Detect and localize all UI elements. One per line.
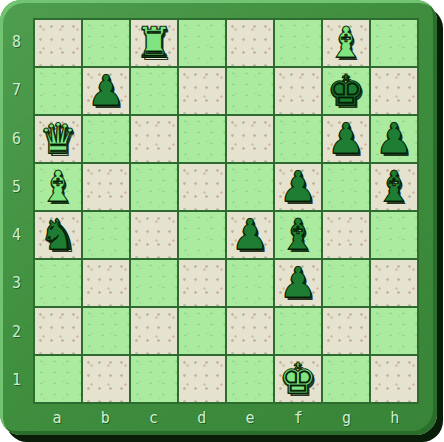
square-g6[interactable]: ♟ — [323, 116, 369, 162]
square-b8[interactable] — [83, 20, 129, 66]
square-e2[interactable] — [227, 308, 273, 354]
square-c6[interactable] — [131, 116, 177, 162]
square-d2[interactable] — [179, 308, 225, 354]
piece-white-rook[interactable]: ♜ — [135, 20, 173, 66]
square-d7[interactable] — [179, 68, 225, 114]
square-f5[interactable]: ♟ — [275, 164, 321, 210]
square-b5[interactable] — [83, 164, 129, 210]
square-d8[interactable] — [179, 20, 225, 66]
square-f4[interactable]: ♝ — [275, 212, 321, 258]
square-h2[interactable] — [371, 308, 417, 354]
square-b7[interactable]: ♟ — [83, 68, 129, 114]
rank-labels: 87654321 — [0, 18, 33, 404]
square-a1[interactable] — [35, 356, 81, 402]
file-labels: abcdefgh — [33, 404, 419, 432]
square-b3[interactable] — [83, 260, 129, 306]
piece-white-bishop[interactable]: ♝ — [39, 164, 77, 210]
square-f1[interactable]: ♚ — [275, 356, 321, 402]
square-a8[interactable] — [35, 20, 81, 66]
chess-board: ♜♝♟♚♛♟♟♝♟♝♞♟♝♟♚ — [33, 18, 419, 404]
rank-label-6: 6 — [0, 115, 33, 163]
square-d5[interactable] — [179, 164, 225, 210]
square-c2[interactable] — [131, 308, 177, 354]
square-a2[interactable] — [35, 308, 81, 354]
piece-white-king[interactable]: ♚ — [279, 356, 317, 402]
square-e7[interactable] — [227, 68, 273, 114]
square-e6[interactable] — [227, 116, 273, 162]
file-label-b: b — [81, 404, 129, 432]
square-b1[interactable] — [83, 356, 129, 402]
square-g1[interactable] — [323, 356, 369, 402]
square-f8[interactable] — [275, 20, 321, 66]
rank-label-8: 8 — [0, 18, 33, 66]
square-a4[interactable]: ♞ — [35, 212, 81, 258]
file-label-a: a — [33, 404, 81, 432]
rank-label-4: 4 — [0, 211, 33, 259]
file-label-h: h — [371, 404, 419, 432]
square-f6[interactable] — [275, 116, 321, 162]
square-f7[interactable] — [275, 68, 321, 114]
square-e3[interactable] — [227, 260, 273, 306]
square-a6[interactable]: ♛ — [35, 116, 81, 162]
square-a3[interactable] — [35, 260, 81, 306]
square-d6[interactable] — [179, 116, 225, 162]
chess-app: 87654321 ♜♝♟♚♛♟♟♝♟♝♞♟♝♟♚ abcdefgh — [0, 0, 444, 442]
rank-label-3: 3 — [0, 259, 33, 307]
square-b6[interactable] — [83, 116, 129, 162]
square-h5[interactable]: ♝ — [371, 164, 417, 210]
square-g5[interactable] — [323, 164, 369, 210]
square-c8[interactable]: ♜ — [131, 20, 177, 66]
square-h6[interactable]: ♟ — [371, 116, 417, 162]
square-g8[interactable]: ♝ — [323, 20, 369, 66]
piece-black-pawn[interactable]: ♟ — [327, 116, 365, 162]
square-e5[interactable] — [227, 164, 273, 210]
piece-black-pawn[interactable]: ♟ — [279, 260, 317, 306]
rank-label-5: 5 — [0, 163, 33, 211]
square-c7[interactable] — [131, 68, 177, 114]
square-g4[interactable] — [323, 212, 369, 258]
piece-black-pawn[interactable]: ♟ — [87, 68, 125, 114]
rank-label-7: 7 — [0, 66, 33, 114]
square-c1[interactable] — [131, 356, 177, 402]
piece-black-bishop[interactable]: ♝ — [279, 212, 317, 258]
square-c5[interactable] — [131, 164, 177, 210]
square-h3[interactable] — [371, 260, 417, 306]
square-h8[interactable] — [371, 20, 417, 66]
square-g2[interactable] — [323, 308, 369, 354]
rank-label-1: 1 — [0, 356, 33, 404]
square-h4[interactable] — [371, 212, 417, 258]
piece-white-queen[interactable]: ♛ — [39, 116, 77, 162]
square-f3[interactable]: ♟ — [275, 260, 321, 306]
piece-black-king[interactable]: ♚ — [327, 68, 365, 114]
square-d1[interactable] — [179, 356, 225, 402]
file-label-g: g — [323, 404, 371, 432]
file-label-f: f — [274, 404, 322, 432]
square-g7[interactable]: ♚ — [323, 68, 369, 114]
board-frame: 87654321 ♜♝♟♚♛♟♟♝♟♝♞♟♝♟♚ abcdefgh — [0, 0, 437, 435]
square-e4[interactable]: ♟ — [227, 212, 273, 258]
square-c3[interactable] — [131, 260, 177, 306]
square-b4[interactable] — [83, 212, 129, 258]
square-c4[interactable] — [131, 212, 177, 258]
file-label-c: c — [130, 404, 178, 432]
square-h1[interactable] — [371, 356, 417, 402]
piece-black-knight[interactable]: ♞ — [39, 212, 77, 258]
square-a5[interactable]: ♝ — [35, 164, 81, 210]
square-f2[interactable] — [275, 308, 321, 354]
piece-white-bishop[interactable]: ♝ — [327, 20, 365, 66]
rank-label-2: 2 — [0, 308, 33, 356]
piece-black-pawn[interactable]: ♟ — [279, 164, 317, 210]
piece-black-bishop[interactable]: ♝ — [375, 164, 413, 210]
square-e1[interactable] — [227, 356, 273, 402]
square-g3[interactable] — [323, 260, 369, 306]
square-h7[interactable] — [371, 68, 417, 114]
piece-black-pawn[interactable]: ♟ — [375, 116, 413, 162]
file-label-d: d — [178, 404, 226, 432]
square-b2[interactable] — [83, 308, 129, 354]
square-e8[interactable] — [227, 20, 273, 66]
square-a7[interactable] — [35, 68, 81, 114]
piece-black-pawn[interactable]: ♟ — [231, 212, 269, 258]
file-label-e: e — [226, 404, 274, 432]
square-d4[interactable] — [179, 212, 225, 258]
square-d3[interactable] — [179, 260, 225, 306]
